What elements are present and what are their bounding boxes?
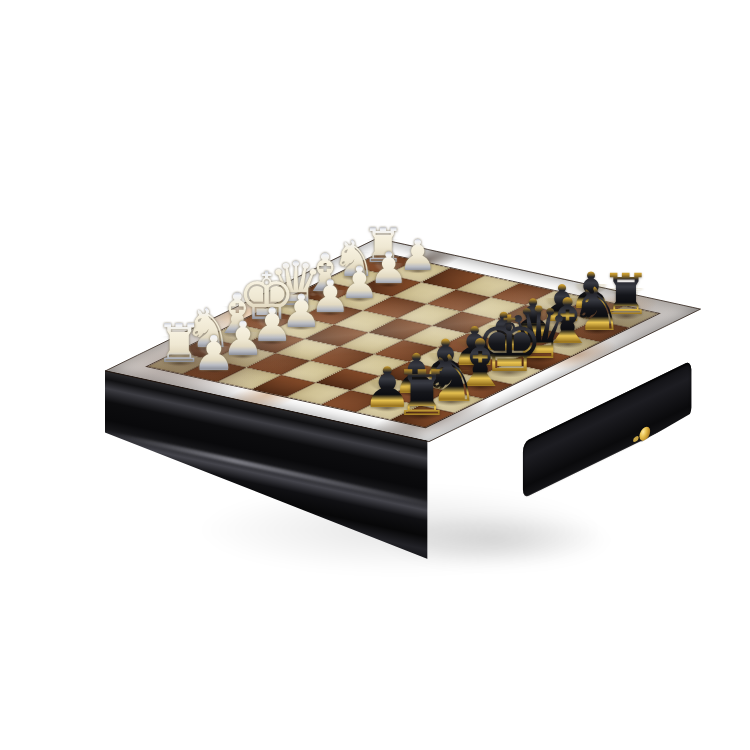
piece-white-pawn-h2[interactable]: ♟♟ bbox=[214, 370, 257, 418]
rook-glyph: ♜ bbox=[394, 362, 451, 425]
product-photo-scene: ♜♜♟♟♞♞♟♟♝♝♟♟♛♛♟♟♟♟♜♜♚♚♟♟♟♟♞♞♝♝♟♟♟♟♝♝♞♞♟♟… bbox=[0, 0, 750, 750]
piece-black-rook-h8[interactable]: ♜♜ bbox=[422, 416, 479, 479]
molding-highlight bbox=[105, 430, 428, 506]
pawn-glyph: ♟ bbox=[192, 329, 235, 377]
